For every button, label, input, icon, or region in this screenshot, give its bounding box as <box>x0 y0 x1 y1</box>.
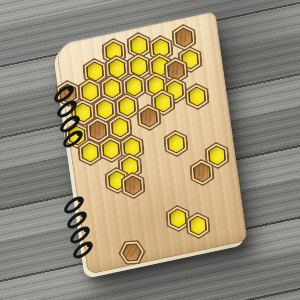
notebook-birch-cover <box>55 11 247 275</box>
photo-scene <box>0 0 300 300</box>
